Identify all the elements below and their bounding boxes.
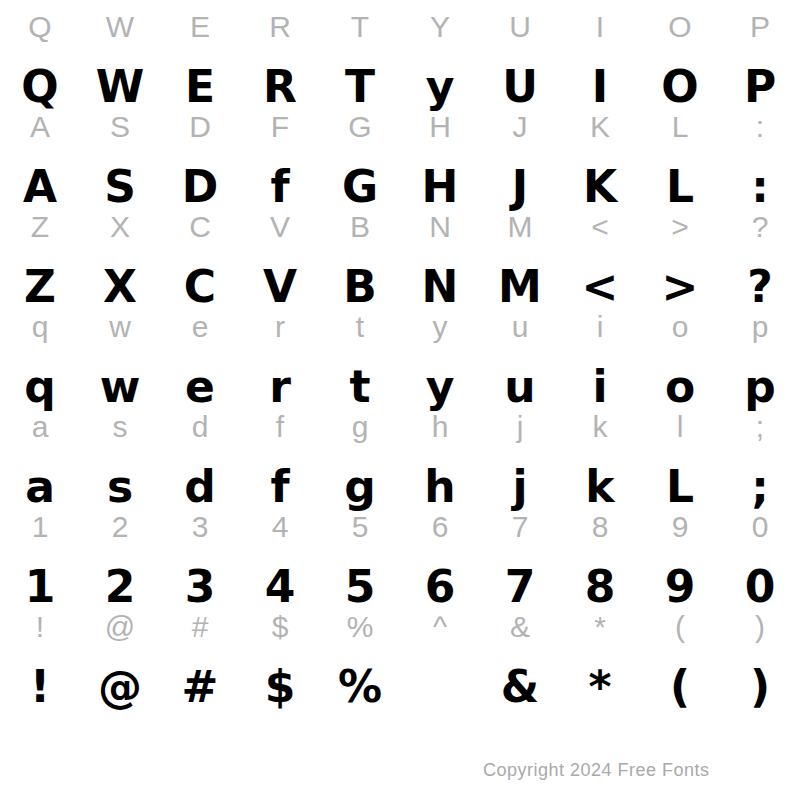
key-char: Y [430,10,450,44]
key-char: I [596,10,604,44]
key-char: ; [756,410,764,444]
key-char: V [270,210,290,244]
key-char: r [275,310,285,344]
key-char: 2 [112,510,129,544]
glyph-char: w [100,362,141,412]
key-char: t [356,310,364,344]
glyph-char: @ [98,662,142,712]
key-char: 7 [512,510,529,544]
glyph-char: < [582,262,619,312]
key-char: A [30,110,50,144]
key-char: @ [105,610,135,644]
glyph-char: d [184,462,216,512]
key-char: 0 [752,510,769,544]
glyph-char: s [107,462,133,512]
key-char: W [106,10,134,44]
key-char: E [190,10,210,44]
key-char: p [752,310,769,344]
key-char: ^ [433,610,447,644]
glyph-char: % [338,662,382,712]
key-char: d [192,410,209,444]
glyph-char: D [182,162,219,212]
key-char: e [192,310,209,344]
key-row-3: ZXCVBNM<>? [0,210,800,244]
key-char: 5 [352,510,369,544]
key-char: T [351,10,369,44]
glyph-char: C [184,262,216,312]
glyph-char: Z [24,262,56,312]
glyph-char: 5 [345,562,376,612]
key-char: D [189,110,211,144]
glyph-char: N [422,262,459,312]
key-char: 1 [32,510,49,544]
glyph-char: M [498,262,542,312]
glyph-char: 7 [505,562,536,612]
key-char: j [517,410,524,444]
key-char: L [672,110,689,144]
glyph-char: H [422,162,459,212]
key-char: a [32,410,49,444]
key-char: % [347,610,374,644]
glyph-char: u [504,362,535,412]
font-specimen-sheet: QWERTYUIOPQWERTyUIOPASDFGHJKL:ASDfGHJKL:… [0,0,800,800]
glyph-char: G [342,162,378,212]
glyph-char: a [25,462,55,512]
key-char: Z [31,210,49,244]
glyph-char: 1 [25,562,56,612]
key-row-5: asdfghjkl; [0,410,800,444]
glyph-char: K [583,162,617,212]
glyph-char: S [104,162,136,212]
glyph-row-2: ASDfGHJKL: [0,162,800,212]
glyph-char: 4 [265,562,296,612]
glyph-row-7: !@#$%&*() [0,662,800,712]
glyph-char: A [23,162,57,212]
key-char: ( [675,610,685,644]
glyph-char: O [661,62,698,112]
key-char: * [594,610,606,644]
key-char: C [189,210,211,244]
key-char: 8 [592,510,609,544]
key-char: R [269,10,291,44]
key-row-1: QWERTYUIOP [0,10,800,44]
glyph-char: L [666,162,694,212]
key-char: & [510,610,530,644]
glyph-char: > [662,262,699,312]
glyph-char: k [585,462,614,512]
glyph-char: J [512,162,528,212]
glyph-char: Q [21,62,58,112]
glyph-char [440,662,441,712]
key-char: J [513,110,528,144]
copyright-text: Copyright 2024 Free Fonts [483,758,710,782]
glyph-char: 0 [745,562,776,612]
key-char: N [429,210,451,244]
glyph-char: r [269,362,291,412]
glyph-char: ) [750,662,770,712]
key-char: u [512,310,529,344]
glyph-char: P [744,62,776,112]
glyph-char: g [344,462,376,512]
key-char: G [348,110,371,144]
key-char: h [432,410,449,444]
glyph-row-5: asdfghjkL; [0,462,800,512]
glyph-char: ! [30,662,50,712]
key-char: < [591,210,609,244]
glyph-row-6: 1234567890 [0,562,800,612]
key-char: P [750,10,770,44]
glyph-char: W [96,62,145,112]
key-char: Q [28,10,51,44]
key-char: 3 [192,510,209,544]
key-row-7: !@#$%^&*() [0,610,800,644]
glyph-char: q [24,362,56,412]
glyph-char: j [512,462,527,512]
glyph-char: 2 [105,562,136,612]
glyph-char: * [588,662,611,712]
key-char: $ [272,610,289,644]
key-char: g [352,410,369,444]
glyph-char: V [263,262,297,312]
glyph-char: i [592,362,607,412]
key-char: K [590,110,610,144]
key-char: H [429,110,451,144]
glyph-char: & [501,662,539,712]
glyph-char: X [103,262,137,312]
key-char: 4 [272,510,289,544]
glyph-char: y [426,362,455,412]
key-char: : [756,110,764,144]
glyph-char: I [592,62,608,112]
glyph-char: ? [747,262,773,312]
glyph-char: $ [265,662,296,712]
glyph-char: y [426,62,455,112]
glyph-row-3: ZXCVBNM<>? [0,262,800,312]
key-char: 9 [672,510,689,544]
key-row-6: 1234567890 [0,510,800,544]
glyph-row-1: QWERTyUIOP [0,62,800,112]
glyph-char: 6 [425,562,456,612]
key-char: i [597,310,604,344]
key-row-2: ASDFGHJKL: [0,110,800,144]
glyph-row-4: qwertyuiop [0,362,800,412]
glyph-char: h [424,462,455,512]
key-char: O [668,10,691,44]
glyph-char: : [751,162,769,212]
key-char: S [110,110,130,144]
glyph-char: e [185,362,215,412]
glyph-char: R [263,62,297,112]
key-char: s [113,410,128,444]
glyph-char: f [270,462,289,512]
key-char: # [192,610,209,644]
key-char: ! [36,610,44,644]
key-char: > [671,210,689,244]
glyph-char: T [345,62,375,112]
glyph-char: B [343,262,377,312]
glyph-char: f [270,162,289,212]
key-char: k [593,410,608,444]
glyph-char: ( [670,662,690,712]
key-char: ? [752,210,769,244]
glyph-char: # [182,662,219,712]
key-char: M [508,210,533,244]
glyph-char: E [185,62,215,112]
key-char: q [32,310,49,344]
key-char: U [509,10,531,44]
key-char: f [276,410,284,444]
key-char: F [271,110,289,144]
key-char: X [110,210,130,244]
glyph-char: 9 [665,562,696,612]
glyph-char: 8 [585,562,616,612]
glyph-char: U [502,62,538,112]
glyph-char: ; [751,462,769,512]
glyph-char: L [666,462,694,512]
key-char: ) [755,610,765,644]
key-char: w [109,310,131,344]
key-char: y [433,310,448,344]
glyph-char: t [349,362,370,412]
glyph-char: p [744,362,776,412]
key-char: 6 [432,510,449,544]
glyph-char: 3 [185,562,216,612]
key-char: o [672,310,689,344]
glyph-char: o [665,362,695,412]
key-row-4: qwertyuiop [0,310,800,344]
key-char: B [350,210,370,244]
key-char: l [677,410,684,444]
